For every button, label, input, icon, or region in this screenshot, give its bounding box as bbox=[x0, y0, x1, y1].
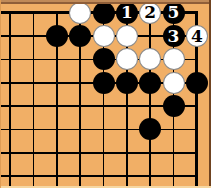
stone-black bbox=[186, 72, 208, 94]
move-number-label: 5 bbox=[168, 4, 180, 21]
stone-black bbox=[93, 2, 115, 24]
stone-black-move-3: 3 bbox=[163, 25, 185, 47]
stone-black bbox=[93, 72, 115, 94]
stone-black bbox=[139, 118, 161, 140]
grid-line-vertical bbox=[33, 11, 35, 186]
grid-line-horizontal bbox=[0, 175, 198, 177]
grid-line-horizontal bbox=[0, 152, 198, 154]
diagram-border-right bbox=[209, 0, 211, 188]
stone-black-move-5: 5 bbox=[163, 2, 185, 24]
go-diagram: 12534 bbox=[0, 0, 211, 188]
diagram-border-bottom bbox=[0, 186, 211, 188]
move-number-label: 1 bbox=[121, 4, 133, 21]
stone-black bbox=[69, 25, 91, 47]
move-number-label: 2 bbox=[144, 4, 156, 21]
diagram-border-top bbox=[0, 0, 211, 4]
stone-white bbox=[139, 48, 161, 70]
stone-white bbox=[163, 72, 185, 94]
stone-white bbox=[69, 2, 91, 24]
stone-black bbox=[163, 95, 185, 117]
grid-line-vertical bbox=[9, 11, 11, 186]
grid-line-horizontal bbox=[0, 129, 198, 131]
diagram-border-left bbox=[0, 0, 1, 188]
diagram-border-top-dark bbox=[0, 2, 211, 4]
stone-white bbox=[116, 25, 138, 47]
stone-black bbox=[93, 48, 115, 70]
move-number-label: 4 bbox=[191, 28, 203, 45]
stone-white bbox=[93, 25, 115, 47]
stone-black bbox=[116, 72, 138, 94]
move-number-label: 3 bbox=[168, 28, 180, 45]
stone-black bbox=[139, 72, 161, 94]
stone-black-move-1: 1 bbox=[116, 2, 138, 24]
stone-white bbox=[116, 48, 138, 70]
stone-black bbox=[46, 25, 68, 47]
stone-white bbox=[163, 48, 185, 70]
go-board: 12534 bbox=[0, 0, 211, 188]
stone-white-move-2: 2 bbox=[139, 2, 161, 24]
stone-white-move-4: 4 bbox=[186, 25, 208, 47]
grid-line-vertical bbox=[149, 11, 151, 186]
